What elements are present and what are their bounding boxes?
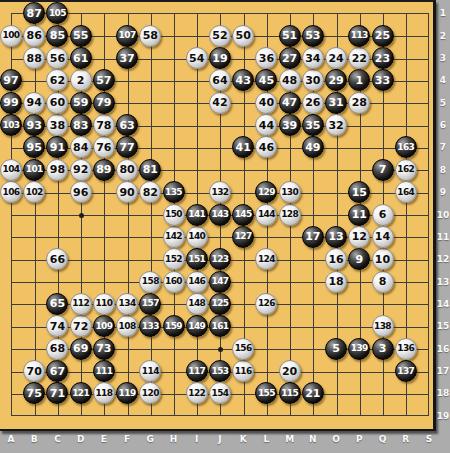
column-label-B: B xyxy=(31,434,38,444)
go-stone-black-7: 7 xyxy=(372,159,394,181)
column-label-Q: Q xyxy=(379,434,387,444)
go-stone-white-92: 92 xyxy=(70,159,92,181)
go-stone-white-136: 136 xyxy=(395,338,417,360)
go-stone-white-82: 82 xyxy=(139,181,161,203)
go-stone-white-118: 118 xyxy=(93,382,115,404)
go-stone-white-16: 16 xyxy=(325,248,347,270)
column-label-K: K xyxy=(240,434,247,444)
go-stone-black-37: 37 xyxy=(116,47,138,69)
go-stone-white-54: 54 xyxy=(186,47,208,69)
go-stone-black-105: 105 xyxy=(46,2,68,24)
column-label-J: J xyxy=(218,434,221,444)
go-stone-black-31: 31 xyxy=(325,92,347,114)
column-label-O: O xyxy=(332,434,340,444)
go-stone-white-152: 152 xyxy=(163,248,185,270)
go-stone-black-75: 75 xyxy=(23,382,45,404)
go-stone-black-113: 113 xyxy=(348,25,370,47)
go-stone-black-103: 103 xyxy=(0,114,22,136)
row-label-18: 18 xyxy=(437,388,450,398)
row-label-16: 16 xyxy=(437,344,450,354)
go-stone-white-108: 108 xyxy=(116,315,138,337)
go-stone-black-89: 89 xyxy=(93,159,115,181)
row-label-17: 17 xyxy=(437,366,450,376)
go-stone-white-162: 162 xyxy=(395,159,417,181)
go-stone-black-61: 61 xyxy=(70,47,92,69)
go-stone-white-18: 18 xyxy=(325,271,347,293)
go-stone-white-132: 132 xyxy=(209,181,231,203)
go-stone-white-72: 72 xyxy=(70,315,92,337)
go-stone-black-45: 45 xyxy=(255,69,277,91)
go-stone-black-35: 35 xyxy=(302,114,324,136)
go-stone-white-34: 34 xyxy=(302,47,324,69)
go-stone-black-23: 23 xyxy=(372,47,394,69)
go-stone-white-98: 98 xyxy=(46,159,68,181)
go-stone-black-49: 49 xyxy=(302,136,324,158)
go-stone-black-57: 57 xyxy=(93,69,115,91)
go-stone-white-10: 10 xyxy=(372,248,394,270)
go-stone-white-74: 74 xyxy=(46,315,68,337)
go-stone-white-106: 106 xyxy=(0,181,22,203)
go-stone-black-157: 157 xyxy=(139,293,161,315)
go-stone-white-68: 68 xyxy=(46,338,68,360)
go-stone-white-46: 46 xyxy=(255,136,277,158)
go-stone-black-107: 107 xyxy=(116,25,138,47)
go-stone-black-125: 125 xyxy=(209,293,231,315)
row-label-5: 5 xyxy=(440,98,446,108)
go-stone-black-77: 77 xyxy=(116,136,138,158)
go-stone-black-135: 135 xyxy=(163,181,185,203)
go-stone-white-26: 26 xyxy=(302,92,324,114)
coordinate-strip-right xyxy=(436,0,450,453)
go-stone-white-124: 124 xyxy=(255,248,277,270)
go-stone-white-156: 156 xyxy=(232,338,254,360)
go-stone-black-129: 129 xyxy=(255,181,277,203)
go-stone-white-62: 62 xyxy=(46,69,68,91)
go-stone-white-70: 70 xyxy=(23,360,45,382)
go-stone-white-50: 50 xyxy=(232,25,254,47)
go-stone-black-97: 97 xyxy=(0,69,22,91)
go-stone-black-79: 79 xyxy=(93,92,115,114)
go-stone-white-138: 138 xyxy=(372,315,394,337)
go-stone-black-141: 141 xyxy=(186,204,208,226)
go-stone-white-112: 112 xyxy=(70,293,92,315)
row-label-19: 19 xyxy=(437,411,450,421)
go-stone-white-90: 90 xyxy=(116,181,138,203)
go-stone-white-96: 96 xyxy=(70,181,92,203)
go-stone-black-127: 127 xyxy=(232,226,254,248)
go-stone-white-142: 142 xyxy=(163,226,185,248)
row-label-12: 12 xyxy=(437,254,450,264)
go-stone-black-137: 137 xyxy=(395,360,417,382)
go-stone-white-66: 66 xyxy=(46,248,68,270)
column-label-S: S xyxy=(426,434,432,444)
go-stone-white-86: 86 xyxy=(23,25,45,47)
go-stone-white-8: 8 xyxy=(372,271,394,293)
column-label-G: G xyxy=(147,434,154,444)
row-label-3: 3 xyxy=(440,53,446,63)
column-label-F: F xyxy=(124,434,130,444)
go-stone-white-164: 164 xyxy=(395,181,417,203)
row-label-10: 10 xyxy=(437,210,450,220)
go-stone-black-69: 69 xyxy=(70,338,92,360)
go-stone-white-100: 100 xyxy=(0,25,22,47)
go-stone-black-161: 161 xyxy=(209,315,231,337)
go-stone-white-2: 2 xyxy=(70,69,92,91)
go-stone-white-12: 12 xyxy=(348,226,370,248)
column-label-M: M xyxy=(285,434,294,444)
row-label-7: 7 xyxy=(440,142,446,152)
go-stone-white-14: 14 xyxy=(372,226,394,248)
go-stone-black-151: 151 xyxy=(186,248,208,270)
go-stone-white-30: 30 xyxy=(302,69,324,91)
go-stone-black-59: 59 xyxy=(70,92,92,114)
go-stone-white-76: 76 xyxy=(93,136,115,158)
go-board[interactable]: 1235678910111213141516171819202122232425… xyxy=(0,0,436,431)
go-stone-black-155: 155 xyxy=(255,382,277,404)
go-stone-black-143: 143 xyxy=(209,204,231,226)
go-stone-black-101: 101 xyxy=(23,159,45,181)
go-stone-black-93: 93 xyxy=(23,114,45,136)
go-stone-black-117: 117 xyxy=(186,360,208,382)
go-stone-white-158: 158 xyxy=(139,271,161,293)
column-label-I: I xyxy=(195,434,198,444)
go-stone-black-119: 119 xyxy=(116,382,138,404)
go-stone-black-55: 55 xyxy=(70,25,92,47)
go-stone-black-19: 19 xyxy=(209,47,231,69)
go-stone-black-91: 91 xyxy=(46,136,68,158)
go-stone-black-81: 81 xyxy=(139,159,161,181)
go-stone-white-128: 128 xyxy=(279,204,301,226)
go-stone-white-150: 150 xyxy=(163,204,185,226)
row-label-6: 6 xyxy=(440,120,446,130)
go-stone-white-154: 154 xyxy=(209,382,231,404)
go-stone-black-67: 67 xyxy=(46,360,68,382)
go-stone-black-145: 145 xyxy=(232,204,254,226)
go-stone-black-15: 15 xyxy=(348,181,370,203)
go-stone-black-29: 29 xyxy=(325,69,347,91)
go-stone-white-64: 64 xyxy=(209,69,231,91)
column-label-H: H xyxy=(170,434,178,444)
go-stone-white-126: 126 xyxy=(255,293,277,315)
go-stone-white-20: 20 xyxy=(279,360,301,382)
go-stone-black-83: 83 xyxy=(70,114,92,136)
go-stone-white-160: 160 xyxy=(163,271,185,293)
go-stone-black-47: 47 xyxy=(279,92,301,114)
go-stone-white-110: 110 xyxy=(93,293,115,315)
go-stone-black-13: 13 xyxy=(325,226,347,248)
row-label-13: 13 xyxy=(437,277,450,287)
go-stone-black-27: 27 xyxy=(279,47,301,69)
go-stone-white-28: 28 xyxy=(348,92,370,114)
row-label-4: 4 xyxy=(440,75,446,85)
go-stone-white-140: 140 xyxy=(186,226,208,248)
go-stone-white-44: 44 xyxy=(255,114,277,136)
go-stone-black-11: 11 xyxy=(348,204,370,226)
go-stone-black-73: 73 xyxy=(93,338,115,360)
go-stone-white-114: 114 xyxy=(139,360,161,382)
column-label-P: P xyxy=(356,434,363,444)
row-label-2: 2 xyxy=(440,31,446,41)
go-stone-black-65: 65 xyxy=(46,293,68,315)
column-label-E: E xyxy=(101,434,107,444)
row-label-9: 9 xyxy=(440,187,446,197)
go-stone-white-148: 148 xyxy=(186,293,208,315)
go-stone-black-139: 139 xyxy=(348,338,370,360)
go-stone-white-78: 78 xyxy=(93,114,115,136)
go-stone-black-71: 71 xyxy=(46,382,68,404)
go-stone-black-53: 53 xyxy=(302,25,324,47)
go-stone-white-122: 122 xyxy=(186,382,208,404)
go-stone-black-5: 5 xyxy=(325,338,347,360)
go-stone-white-144: 144 xyxy=(255,204,277,226)
go-stone-black-51: 51 xyxy=(279,25,301,47)
go-stone-white-104: 104 xyxy=(0,159,22,181)
go-stone-white-130: 130 xyxy=(279,181,301,203)
go-stone-black-3: 3 xyxy=(372,338,394,360)
go-stone-black-33: 33 xyxy=(372,69,394,91)
go-stone-white-116: 116 xyxy=(232,360,254,382)
column-label-N: N xyxy=(309,434,317,444)
go-stone-black-153: 153 xyxy=(209,360,231,382)
row-label-14: 14 xyxy=(437,299,450,309)
go-stone-black-95: 95 xyxy=(23,136,45,158)
go-stone-white-56: 56 xyxy=(46,47,68,69)
row-label-1: 1 xyxy=(440,8,446,18)
go-stone-white-134: 134 xyxy=(116,293,138,315)
row-label-11: 11 xyxy=(437,232,450,242)
go-stone-white-22: 22 xyxy=(348,47,370,69)
go-stone-black-1: 1 xyxy=(348,69,370,91)
column-label-D: D xyxy=(77,434,84,444)
go-stone-black-17: 17 xyxy=(302,226,324,248)
go-stone-black-123: 123 xyxy=(209,248,231,270)
go-stone-black-25: 25 xyxy=(372,25,394,47)
stones-layer: 1235678910111213141516171819202122232425… xyxy=(0,2,441,427)
go-stone-black-121: 121 xyxy=(70,382,92,404)
go-stone-white-32: 32 xyxy=(325,114,347,136)
go-game-viewer: 1235678910111213141516171819202122232425… xyxy=(0,0,450,453)
go-stone-black-87: 87 xyxy=(23,2,45,24)
go-stone-black-39: 39 xyxy=(279,114,301,136)
go-stone-black-109: 109 xyxy=(93,315,115,337)
go-stone-black-147: 147 xyxy=(209,271,231,293)
column-label-L: L xyxy=(264,434,270,444)
go-stone-white-24: 24 xyxy=(325,47,347,69)
column-label-R: R xyxy=(402,434,409,444)
go-stone-white-36: 36 xyxy=(255,47,277,69)
go-stone-black-111: 111 xyxy=(93,360,115,382)
go-stone-black-85: 85 xyxy=(46,25,68,47)
go-stone-white-40: 40 xyxy=(255,92,277,114)
go-stone-white-48: 48 xyxy=(279,69,301,91)
go-stone-white-80: 80 xyxy=(116,159,138,181)
go-stone-white-84: 84 xyxy=(70,136,92,158)
go-stone-black-115: 115 xyxy=(279,382,301,404)
row-label-15: 15 xyxy=(437,321,450,331)
go-stone-white-60: 60 xyxy=(46,92,68,114)
go-stone-black-63: 63 xyxy=(116,114,138,136)
go-stone-black-159: 159 xyxy=(163,315,185,337)
go-stone-black-43: 43 xyxy=(232,69,254,91)
go-stone-white-102: 102 xyxy=(23,181,45,203)
go-stone-black-41: 41 xyxy=(232,136,254,158)
go-stone-black-9: 9 xyxy=(348,248,370,270)
go-stone-black-163: 163 xyxy=(395,136,417,158)
go-stone-black-21: 21 xyxy=(302,382,324,404)
go-stone-white-94: 94 xyxy=(23,92,45,114)
go-stone-white-38: 38 xyxy=(46,114,68,136)
go-stone-black-149: 149 xyxy=(186,315,208,337)
go-stone-white-146: 146 xyxy=(186,271,208,293)
go-stone-black-133: 133 xyxy=(139,315,161,337)
go-stone-white-88: 88 xyxy=(23,47,45,69)
go-stone-white-52: 52 xyxy=(209,25,231,47)
row-label-8: 8 xyxy=(440,165,446,175)
go-stone-black-99: 99 xyxy=(0,92,22,114)
column-label-C: C xyxy=(54,434,61,444)
go-stone-white-42: 42 xyxy=(209,92,231,114)
go-stone-white-120: 120 xyxy=(139,382,161,404)
go-stone-white-6: 6 xyxy=(372,204,394,226)
go-stone-white-58: 58 xyxy=(139,25,161,47)
column-label-A: A xyxy=(8,434,15,444)
